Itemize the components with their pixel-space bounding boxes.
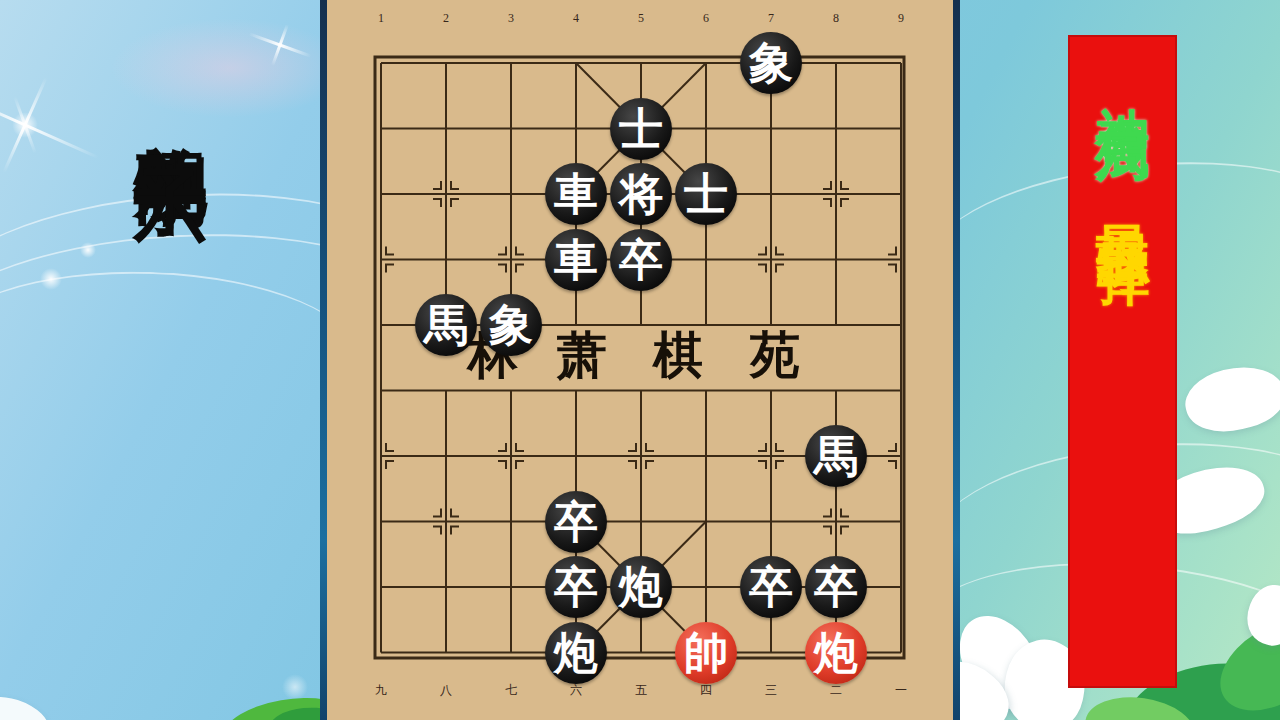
col-label-bottom: 九 <box>375 684 387 696</box>
light-streak <box>0 265 363 442</box>
board-col-labels-bottom: 九八七六五四三二一 <box>320 0 960 720</box>
sparkle-icon <box>0 55 95 195</box>
board-panel: 123456789 林萧棋苑 象士車将士車卒馬象馬卒卒炮卒卒炮帥炮 九八七六五四… <box>320 0 960 720</box>
col-label-bottom: 一 <box>895 684 907 696</box>
col-label-bottom: 四 <box>700 684 712 696</box>
col-label-bottom: 八 <box>440 684 452 696</box>
cloud-petal <box>1179 357 1280 441</box>
glow-dot <box>80 242 96 258</box>
col-label-bottom: 三 <box>765 684 777 696</box>
col-label-bottom: 五 <box>635 684 647 696</box>
banner-top-text: 神奇残局 <box>1096 63 1150 99</box>
glow-dot <box>282 674 308 700</box>
thumbnail: 单炮硬刚十六子 123456789 林萧棋苑 象士車将士車卒馬象馬卒卒炮卒卒炮帥… <box>0 0 1280 720</box>
sparkle-icon <box>245 10 315 80</box>
col-label-bottom: 六 <box>570 684 582 696</box>
right-banner: 神奇残局 最强导弹 <box>1068 35 1177 688</box>
banner-bottom-text: 最强导弹 <box>1096 181 1150 217</box>
flower-petal <box>0 690 54 720</box>
left-title: 单炮硬刚十六子 <box>135 86 209 114</box>
col-label-bottom: 七 <box>505 684 517 696</box>
glow-dot <box>40 268 62 290</box>
col-label-bottom: 二 <box>830 684 842 696</box>
